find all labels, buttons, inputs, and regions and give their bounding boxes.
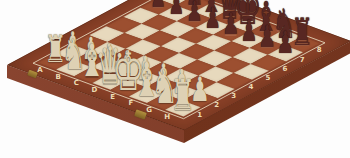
rank-label-4: 4 [249, 84, 254, 91]
rank-label-2: 2 [215, 102, 220, 109]
rank-label-3: 3 [232, 93, 237, 100]
piece-black-pawn-e7: ♟ [222, 9, 239, 38]
chess-board: ABCDEFGH 12345678 ♜♞♝♛♚♝♞♜♟♟♟♟♟♟♟♟♟♟♟♟♟♟… [7, 0, 350, 130]
file-label-b: B [55, 73, 60, 80]
rank-label-5: 5 [266, 75, 271, 82]
rank-label-7: 7 [300, 56, 305, 63]
piece-black-pawn-d7: ♟ [204, 3, 221, 32]
piece-black-pawn-b7: ♟ [168, 0, 184, 18]
piece-black-pawn-g7: ♟ [258, 22, 276, 52]
piece-white-rook-h1: ♜ [170, 73, 195, 116]
piece-black-pawn-f7: ♟ [240, 16, 257, 46]
rank-label-8: 8 [317, 47, 322, 54]
piece-black-pawn-h7: ♟ [276, 28, 294, 59]
rank-label-6: 6 [283, 66, 288, 73]
rank-label-1: 1 [198, 111, 203, 118]
file-label-h: H [164, 114, 170, 121]
file-label-c: C [73, 80, 78, 87]
piece-black-pawn-c7: ♟ [186, 0, 202, 25]
product-photo-scene: ABCDEFGH 12345678 ♜♞♝♛♚♝♞♜♟♟♟♟♟♟♟♟♟♟♟♟♟♟… [0, 0, 350, 158]
piece-black-pawn-a7: ♟ [150, 0, 166, 11]
piece-black-rook-h8: ♜ [291, 13, 313, 51]
